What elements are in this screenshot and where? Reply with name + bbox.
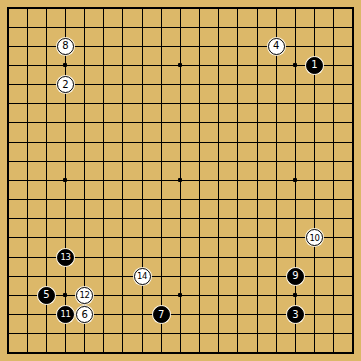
board-cell[interactable]	[286, 18, 305, 37]
board-cell[interactable]	[94, 94, 113, 113]
board-cell[interactable]	[228, 0, 247, 18]
board-cell[interactable]	[324, 152, 343, 171]
board-cell[interactable]	[228, 37, 247, 56]
board-cell[interactable]	[75, 56, 94, 75]
board-cell[interactable]	[0, 343, 18, 361]
board-cell[interactable]	[305, 113, 324, 132]
board-cell[interactable]	[190, 324, 209, 343]
board-cell[interactable]	[0, 267, 18, 286]
board-cell[interactable]	[286, 247, 305, 266]
board-cell[interactable]	[37, 305, 56, 324]
board-cell[interactable]: 14	[133, 267, 152, 286]
board-cell[interactable]	[343, 113, 361, 132]
board-cell[interactable]	[190, 18, 209, 37]
board-cell[interactable]	[0, 305, 18, 324]
board-cell[interactable]: 4	[267, 37, 286, 56]
board-cell[interactable]	[343, 286, 361, 305]
board-cell[interactable]	[209, 171, 228, 190]
board-cell[interactable]	[305, 267, 324, 286]
board-cell[interactable]	[113, 133, 132, 152]
white-stone-12[interactable]: 12	[76, 287, 93, 304]
board-cell[interactable]	[209, 94, 228, 113]
board-cell[interactable]	[56, 113, 75, 132]
board-cell[interactable]	[209, 324, 228, 343]
board-cell[interactable]	[133, 209, 152, 228]
board-cell[interactable]	[18, 190, 37, 209]
board-cell[interactable]	[152, 190, 171, 209]
board-cell[interactable]	[247, 247, 266, 266]
board-cell[interactable]	[209, 247, 228, 266]
board-cell[interactable]	[171, 56, 190, 75]
board-cell[interactable]	[324, 190, 343, 209]
board-cell[interactable]: 8	[56, 37, 75, 56]
board-cell[interactable]	[56, 190, 75, 209]
board-cell[interactable]	[305, 171, 324, 190]
board-cell[interactable]	[247, 190, 266, 209]
board-cell[interactable]	[247, 324, 266, 343]
board-cell[interactable]	[267, 113, 286, 132]
board-cell[interactable]	[0, 171, 18, 190]
board-cell[interactable]	[267, 75, 286, 94]
board-cell[interactable]	[324, 37, 343, 56]
board-cell[interactable]	[56, 0, 75, 18]
board-cell[interactable]	[94, 0, 113, 18]
board-cell[interactable]	[94, 267, 113, 286]
board-cell[interactable]	[247, 37, 266, 56]
board-cell[interactable]	[190, 94, 209, 113]
board-cell[interactable]	[228, 133, 247, 152]
board-cell[interactable]	[267, 133, 286, 152]
board-cell[interactable]	[209, 228, 228, 247]
board-cell[interactable]	[56, 209, 75, 228]
board-cell[interactable]	[190, 113, 209, 132]
board-cell[interactable]	[94, 209, 113, 228]
board-cell[interactable]	[343, 75, 361, 94]
board-cell[interactable]	[37, 18, 56, 37]
black-stone-5[interactable]: 5	[38, 287, 55, 304]
board-cell[interactable]	[343, 94, 361, 113]
board-cell[interactable]	[113, 18, 132, 37]
board-cell[interactable]	[171, 247, 190, 266]
board-cell[interactable]	[190, 267, 209, 286]
board-cell[interactable]	[267, 152, 286, 171]
board-cell[interactable]	[324, 0, 343, 18]
board-cell[interactable]	[247, 228, 266, 247]
board-cell[interactable]	[343, 324, 361, 343]
board-cell[interactable]	[171, 0, 190, 18]
board-cell[interactable]	[228, 267, 247, 286]
board-cell[interactable]	[75, 228, 94, 247]
board-cell[interactable]	[228, 18, 247, 37]
board-cell[interactable]	[267, 18, 286, 37]
board-cell[interactable]	[152, 247, 171, 266]
board-cell[interactable]	[171, 75, 190, 94]
board-cell[interactable]	[190, 152, 209, 171]
board-cell[interactable]	[228, 324, 247, 343]
board-cell[interactable]	[37, 37, 56, 56]
board-cell[interactable]	[209, 343, 228, 361]
board-cell[interactable]	[75, 247, 94, 266]
board-cell[interactable]	[209, 209, 228, 228]
board-cell[interactable]	[152, 171, 171, 190]
board-cell[interactable]	[56, 152, 75, 171]
board-cell[interactable]	[343, 0, 361, 18]
board-cell[interactable]	[267, 228, 286, 247]
board-cell[interactable]	[324, 305, 343, 324]
board-cell[interactable]	[113, 190, 132, 209]
board-cell[interactable]	[37, 113, 56, 132]
board-cell[interactable]	[152, 324, 171, 343]
board-cell[interactable]	[152, 75, 171, 94]
board-cell[interactable]	[94, 190, 113, 209]
board-cell[interactable]	[37, 171, 56, 190]
board-cell[interactable]	[0, 37, 18, 56]
white-stone-14[interactable]: 14	[134, 268, 151, 285]
board-cell[interactable]	[171, 305, 190, 324]
board-cell[interactable]	[305, 286, 324, 305]
board-cell[interactable]	[190, 37, 209, 56]
board-cell[interactable]	[133, 305, 152, 324]
board-cell[interactable]	[113, 305, 132, 324]
board-cell[interactable]	[267, 0, 286, 18]
board-cell[interactable]	[247, 75, 266, 94]
board-cell[interactable]	[37, 152, 56, 171]
board-cell[interactable]	[286, 152, 305, 171]
board-cell[interactable]	[0, 94, 18, 113]
board-cell[interactable]	[305, 75, 324, 94]
board-cell[interactable]	[75, 324, 94, 343]
board-cell[interactable]	[94, 133, 113, 152]
board-cell[interactable]	[133, 247, 152, 266]
board-cell[interactable]	[75, 171, 94, 190]
white-stone-4[interactable]: 4	[268, 38, 285, 55]
board-cell[interactable]	[0, 152, 18, 171]
board-cell[interactable]	[152, 152, 171, 171]
board-cell[interactable]	[56, 171, 75, 190]
board-cell[interactable]	[343, 267, 361, 286]
board-cell[interactable]	[171, 190, 190, 209]
board-cell[interactable]	[94, 75, 113, 94]
board-cell[interactable]	[324, 209, 343, 228]
board-cell[interactable]	[286, 133, 305, 152]
board-cell[interactable]	[343, 209, 361, 228]
board-cell[interactable]	[0, 0, 18, 18]
board-cell[interactable]	[94, 343, 113, 361]
board-cell[interactable]	[228, 209, 247, 228]
board-cell[interactable]: 6	[75, 305, 94, 324]
board-cell[interactable]	[247, 113, 266, 132]
board-cell[interactable]	[113, 267, 132, 286]
board-cell[interactable]	[18, 286, 37, 305]
board-cell[interactable]	[286, 209, 305, 228]
board-cell[interactable]	[18, 343, 37, 361]
board-cell[interactable]	[152, 113, 171, 132]
board-cell[interactable]	[267, 94, 286, 113]
board-cell[interactable]	[267, 324, 286, 343]
board-cell[interactable]	[286, 113, 305, 132]
board-cell[interactable]	[171, 267, 190, 286]
board-cell[interactable]: 13	[56, 247, 75, 266]
board-cell[interactable]	[37, 0, 56, 18]
board-cell[interactable]	[324, 171, 343, 190]
board-cell[interactable]	[247, 56, 266, 75]
black-stone-7[interactable]: 7	[153, 306, 170, 323]
board-cell[interactable]	[247, 0, 266, 18]
board-cell[interactable]	[75, 94, 94, 113]
board-cell[interactable]	[94, 18, 113, 37]
board-cell[interactable]	[267, 190, 286, 209]
board-cell[interactable]	[56, 286, 75, 305]
board-cell[interactable]	[0, 190, 18, 209]
board-cell[interactable]	[37, 228, 56, 247]
board-cell[interactable]	[18, 247, 37, 266]
board-cell[interactable]	[324, 18, 343, 37]
board-cell[interactable]	[113, 37, 132, 56]
board-cell[interactable]	[267, 209, 286, 228]
board-cell[interactable]	[209, 286, 228, 305]
board-cell[interactable]	[75, 37, 94, 56]
board-cell[interactable]	[171, 133, 190, 152]
board-cell[interactable]	[94, 228, 113, 247]
board-cell[interactable]	[324, 247, 343, 266]
board-cell[interactable]	[324, 94, 343, 113]
board-cell[interactable]	[209, 37, 228, 56]
board-cell[interactable]	[152, 37, 171, 56]
board-cell[interactable]	[18, 267, 37, 286]
board-cell[interactable]	[56, 324, 75, 343]
board-cell[interactable]	[228, 343, 247, 361]
board-cell[interactable]	[152, 286, 171, 305]
board-cell[interactable]	[305, 37, 324, 56]
board-cell[interactable]	[75, 75, 94, 94]
board-cell[interactable]	[37, 247, 56, 266]
board-cell[interactable]	[305, 324, 324, 343]
board-cell[interactable]	[190, 133, 209, 152]
board-cell[interactable]	[133, 324, 152, 343]
board-cell[interactable]	[324, 286, 343, 305]
board-cell[interactable]	[305, 190, 324, 209]
board-cell[interactable]	[247, 94, 266, 113]
board-cell[interactable]	[37, 190, 56, 209]
board-cell[interactable]	[228, 286, 247, 305]
board-cell[interactable]: 5	[37, 286, 56, 305]
board-cell[interactable]	[113, 56, 132, 75]
board-cell[interactable]	[75, 0, 94, 18]
board-cell[interactable]	[113, 209, 132, 228]
board-cell[interactable]	[171, 94, 190, 113]
board-cell[interactable]	[133, 75, 152, 94]
board-cell[interactable]	[113, 94, 132, 113]
board-cell[interactable]	[75, 113, 94, 132]
board-cell[interactable]	[209, 0, 228, 18]
board-cell[interactable]	[18, 133, 37, 152]
board-cell[interactable]	[94, 113, 113, 132]
board-cell[interactable]: 2	[56, 75, 75, 94]
board-cell[interactable]	[94, 286, 113, 305]
board-cell[interactable]	[18, 209, 37, 228]
board-cell[interactable]	[152, 94, 171, 113]
board-cell[interactable]	[267, 343, 286, 361]
board-cell[interactable]	[0, 324, 18, 343]
board-cell[interactable]	[18, 228, 37, 247]
board-cell[interactable]	[171, 228, 190, 247]
board-cell[interactable]	[75, 133, 94, 152]
board-cell[interactable]	[305, 305, 324, 324]
board-cell[interactable]	[133, 37, 152, 56]
board-cell[interactable]	[209, 75, 228, 94]
board-cell[interactable]	[305, 343, 324, 361]
board-cell[interactable]	[56, 228, 75, 247]
board-cell[interactable]	[171, 286, 190, 305]
board-cell[interactable]	[228, 75, 247, 94]
board-cell[interactable]	[113, 343, 132, 361]
board-cell[interactable]	[133, 343, 152, 361]
black-stone-11[interactable]: 11	[57, 306, 74, 323]
board-cell[interactable]	[343, 56, 361, 75]
board-cell[interactable]	[18, 56, 37, 75]
board-cell[interactable]	[18, 113, 37, 132]
board-cell[interactable]	[190, 171, 209, 190]
board-cell[interactable]	[324, 56, 343, 75]
board-cell[interactable]	[171, 37, 190, 56]
board-cell[interactable]	[190, 305, 209, 324]
board-cell[interactable]	[133, 0, 152, 18]
board-cell[interactable]	[37, 324, 56, 343]
board-cell[interactable]	[152, 133, 171, 152]
board-cell[interactable]	[94, 37, 113, 56]
board-cell[interactable]	[171, 18, 190, 37]
board-cell[interactable]	[113, 152, 132, 171]
board-cell[interactable]	[56, 18, 75, 37]
board-cell[interactable]	[286, 343, 305, 361]
board-cell[interactable]	[324, 267, 343, 286]
board-cell[interactable]	[267, 267, 286, 286]
board-cell[interactable]	[209, 113, 228, 132]
board-cell[interactable]	[343, 37, 361, 56]
board-cell[interactable]	[152, 56, 171, 75]
board-cell[interactable]: 10	[305, 228, 324, 247]
white-stone-10[interactable]: 10	[306, 229, 323, 246]
board-cell[interactable]	[171, 324, 190, 343]
board-cell[interactable]	[113, 247, 132, 266]
board-cell[interactable]	[305, 247, 324, 266]
board-cell[interactable]	[37, 75, 56, 94]
board-cell[interactable]	[343, 228, 361, 247]
board-cell[interactable]	[228, 190, 247, 209]
board-cell[interactable]: 1	[305, 56, 324, 75]
board-cell[interactable]	[152, 228, 171, 247]
board-cell[interactable]	[209, 305, 228, 324]
board-cell[interactable]	[133, 133, 152, 152]
board-cell[interactable]	[94, 152, 113, 171]
board-cell[interactable]	[18, 152, 37, 171]
board-cell[interactable]	[171, 343, 190, 361]
board-cell[interactable]	[56, 133, 75, 152]
board-cell[interactable]	[190, 209, 209, 228]
board-cell[interactable]	[113, 0, 132, 18]
black-stone-1[interactable]: 1	[306, 57, 323, 74]
board-cell[interactable]	[324, 75, 343, 94]
board-cell[interactable]	[190, 247, 209, 266]
board-cell[interactable]	[152, 267, 171, 286]
board-cell[interactable]	[18, 324, 37, 343]
board-cell[interactable]	[75, 209, 94, 228]
board-cell[interactable]	[0, 228, 18, 247]
board-cell[interactable]	[94, 56, 113, 75]
board-cell[interactable]: 11	[56, 305, 75, 324]
board-cell[interactable]	[343, 343, 361, 361]
board-cell[interactable]	[94, 324, 113, 343]
board-cell[interactable]	[343, 305, 361, 324]
board-cell[interactable]	[18, 0, 37, 18]
board-cell[interactable]: 9	[286, 267, 305, 286]
board-cell[interactable]	[190, 75, 209, 94]
board-cell[interactable]	[267, 247, 286, 266]
board-cell[interactable]	[37, 267, 56, 286]
board-cell[interactable]	[247, 133, 266, 152]
board-cell[interactable]	[37, 209, 56, 228]
board-cell[interactable]	[247, 343, 266, 361]
white-stone-8[interactable]: 8	[57, 38, 74, 55]
board-cell[interactable]	[0, 18, 18, 37]
board-cell[interactable]	[247, 171, 266, 190]
board-cell[interactable]	[343, 152, 361, 171]
board-cell[interactable]	[75, 18, 94, 37]
board-cell[interactable]	[75, 267, 94, 286]
board-cell[interactable]	[133, 286, 152, 305]
board-cell[interactable]	[228, 305, 247, 324]
board-cell[interactable]	[267, 171, 286, 190]
board-cell[interactable]	[190, 0, 209, 18]
board-cell[interactable]	[18, 75, 37, 94]
board-cell[interactable]	[228, 228, 247, 247]
board-cell[interactable]	[18, 37, 37, 56]
board-cell[interactable]	[343, 190, 361, 209]
board-cell[interactable]	[0, 113, 18, 132]
board-cell[interactable]	[305, 94, 324, 113]
board-cell[interactable]	[171, 113, 190, 132]
board-cell[interactable]	[190, 228, 209, 247]
board-cell[interactable]	[324, 133, 343, 152]
board-cell[interactable]	[171, 209, 190, 228]
board-cell[interactable]	[209, 152, 228, 171]
board-cell[interactable]: 3	[286, 305, 305, 324]
board-cell[interactable]	[324, 113, 343, 132]
board-cell[interactable]	[0, 56, 18, 75]
board-cell[interactable]	[133, 18, 152, 37]
board-cell[interactable]	[343, 247, 361, 266]
board-cell[interactable]	[247, 305, 266, 324]
board-cell[interactable]	[171, 171, 190, 190]
board-cell[interactable]	[286, 228, 305, 247]
board-cell[interactable]	[113, 113, 132, 132]
board-cell[interactable]	[286, 94, 305, 113]
board-cell[interactable]	[228, 56, 247, 75]
board-cell[interactable]	[113, 228, 132, 247]
black-stone-9[interactable]: 9	[287, 268, 304, 285]
board-cell[interactable]	[267, 305, 286, 324]
board-cell[interactable]	[305, 209, 324, 228]
board-cell[interactable]	[171, 152, 190, 171]
board-cell[interactable]	[247, 18, 266, 37]
board-cell[interactable]	[209, 267, 228, 286]
board-cell[interactable]	[228, 152, 247, 171]
board-cell[interactable]	[133, 56, 152, 75]
board-cell[interactable]	[209, 133, 228, 152]
board-cell[interactable]	[133, 171, 152, 190]
board-cell[interactable]	[228, 247, 247, 266]
black-stone-3[interactable]: 3	[287, 306, 304, 323]
